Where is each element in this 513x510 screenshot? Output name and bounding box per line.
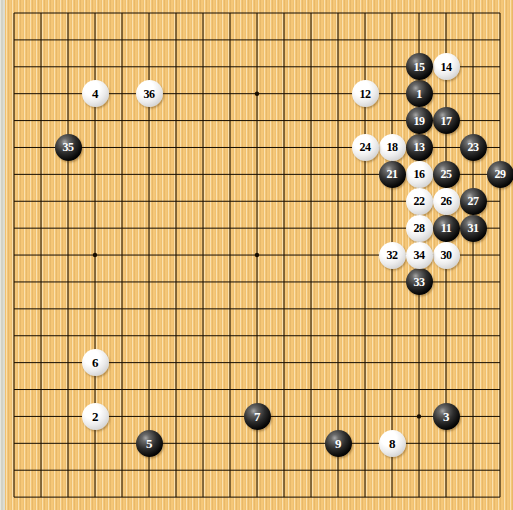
stone-white-12[interactable]: 12 xyxy=(352,80,379,107)
move-number: 26 xyxy=(441,195,452,207)
stone-black-11[interactable]: 11 xyxy=(433,215,460,242)
move-number: 11 xyxy=(441,222,451,234)
stone-black-7[interactable]: 7 xyxy=(244,403,271,430)
move-number: 16 xyxy=(414,168,425,180)
move-number: 18 xyxy=(387,141,398,153)
move-number: 2 xyxy=(92,410,98,423)
stone-black-21[interactable]: 21 xyxy=(379,161,406,188)
move-number: 34 xyxy=(414,249,425,261)
move-number: 31 xyxy=(468,222,479,234)
stone-white-6[interactable]: 6 xyxy=(82,349,109,376)
go-diagram: 1234567891112131415161718192122232425262… xyxy=(0,0,513,510)
stone-white-4[interactable]: 4 xyxy=(82,80,109,107)
move-number: 19 xyxy=(414,115,425,127)
move-number: 8 xyxy=(389,437,395,450)
move-number: 32 xyxy=(387,249,398,261)
stone-black-35[interactable]: 35 xyxy=(55,134,82,161)
stone-white-30[interactable]: 30 xyxy=(433,242,460,269)
move-number: 23 xyxy=(468,141,479,153)
move-number: 30 xyxy=(441,249,452,261)
move-number: 1 xyxy=(416,87,422,100)
board-left-edge xyxy=(0,0,5,510)
stone-black-23[interactable]: 23 xyxy=(460,134,487,161)
stone-black-5[interactable]: 5 xyxy=(136,430,163,457)
stone-black-9[interactable]: 9 xyxy=(325,430,352,457)
stone-white-16[interactable]: 16 xyxy=(406,161,433,188)
move-number: 15 xyxy=(414,61,425,73)
move-number: 5 xyxy=(146,437,152,450)
move-number: 6 xyxy=(92,356,98,369)
move-number: 36 xyxy=(144,88,155,100)
stone-white-26[interactable]: 26 xyxy=(433,188,460,215)
move-number: 9 xyxy=(335,437,341,450)
stone-black-31[interactable]: 31 xyxy=(460,215,487,242)
stone-black-13[interactable]: 13 xyxy=(406,134,433,161)
move-number: 3 xyxy=(443,410,449,423)
stone-black-27[interactable]: 27 xyxy=(460,188,487,215)
stone-black-1[interactable]: 1 xyxy=(406,80,433,107)
stone-black-33[interactable]: 33 xyxy=(406,268,433,295)
stone-white-8[interactable]: 8 xyxy=(379,430,406,457)
stone-white-2[interactable]: 2 xyxy=(82,403,109,430)
go-board[interactable]: 1234567891112131415161718192122232425262… xyxy=(1,0,513,510)
move-number: 25 xyxy=(441,168,452,180)
stone-white-22[interactable]: 22 xyxy=(406,188,433,215)
move-number: 22 xyxy=(414,195,425,207)
stone-black-17[interactable]: 17 xyxy=(433,107,460,134)
stone-black-3[interactable]: 3 xyxy=(433,403,460,430)
move-number: 29 xyxy=(495,168,506,180)
move-number: 33 xyxy=(414,276,425,288)
stone-white-24[interactable]: 24 xyxy=(352,134,379,161)
stone-white-14[interactable]: 14 xyxy=(433,53,460,80)
stone-white-34[interactable]: 34 xyxy=(406,242,433,269)
move-number: 12 xyxy=(360,88,371,100)
stone-white-32[interactable]: 32 xyxy=(379,242,406,269)
move-number: 28 xyxy=(414,222,425,234)
move-number: 35 xyxy=(63,141,74,153)
move-number: 7 xyxy=(254,410,260,423)
move-number: 21 xyxy=(387,168,398,180)
move-number: 24 xyxy=(360,141,371,153)
stone-black-19[interactable]: 19 xyxy=(406,107,433,134)
move-number: 27 xyxy=(468,195,479,207)
move-number: 14 xyxy=(441,61,452,73)
stone-black-25[interactable]: 25 xyxy=(433,161,460,188)
move-number: 4 xyxy=(92,87,98,100)
stone-white-18[interactable]: 18 xyxy=(379,134,406,161)
move-number: 13 xyxy=(414,141,425,153)
stone-black-15[interactable]: 15 xyxy=(406,53,433,80)
stone-white-28[interactable]: 28 xyxy=(406,215,433,242)
move-number: 17 xyxy=(441,115,452,127)
stone-black-29[interactable]: 29 xyxy=(487,161,513,188)
stone-white-36[interactable]: 36 xyxy=(136,80,163,107)
